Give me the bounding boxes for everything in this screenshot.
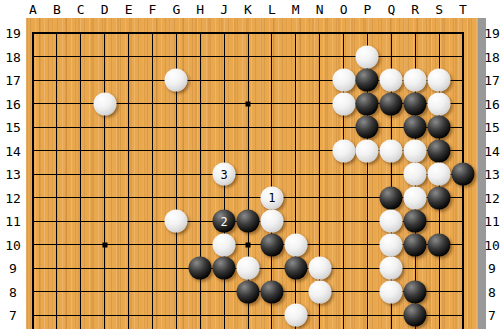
grid-vline-E (128, 32, 129, 329)
hoshi-point-K10 (246, 242, 251, 247)
coord-right-17: 17 (484, 74, 500, 87)
black-stone-R11[interactable] (404, 210, 427, 233)
white-stone-S17[interactable] (428, 69, 451, 92)
coord-top-P: P (364, 3, 372, 16)
coord-left-8: 8 (9, 285, 17, 298)
white-stone-N8[interactable] (308, 280, 331, 303)
coord-right-9: 9 (488, 262, 496, 275)
black-stone-M9[interactable] (284, 257, 307, 280)
white-stone-N9[interactable] (308, 257, 331, 280)
coord-right-7: 7 (488, 309, 496, 322)
grid-hline-15 (32, 127, 464, 128)
white-stone-Q10[interactable] (380, 233, 403, 256)
white-stone-G11[interactable] (165, 210, 188, 233)
move-number-1: 1 (268, 192, 275, 204)
black-stone-K11[interactable] (237, 210, 260, 233)
coord-left-12: 12 (5, 191, 21, 204)
black-stone-P16[interactable] (356, 92, 379, 115)
black-stone-L10[interactable] (260, 233, 283, 256)
black-stone-H9[interactable] (189, 257, 212, 280)
coord-left-16: 16 (5, 97, 21, 110)
grid-vline-F (152, 32, 153, 329)
coord-right-15: 15 (484, 121, 500, 134)
black-stone-R15[interactable] (404, 116, 427, 139)
white-stone-O17[interactable] (332, 69, 355, 92)
black-stone-L8[interactable] (260, 280, 283, 303)
coord-top-Q: Q (387, 3, 395, 16)
black-stone-R16[interactable] (404, 92, 427, 115)
black-stone-T13[interactable] (452, 163, 475, 186)
coord-top-D: D (101, 3, 109, 16)
move-number-2: 2 (220, 215, 227, 227)
white-stone-R12[interactable] (404, 186, 427, 209)
coord-left-17: 17 (5, 74, 21, 87)
grid-hline-7 (32, 315, 464, 316)
move-number-3: 3 (220, 168, 227, 180)
black-stone-S10[interactable] (428, 233, 451, 256)
white-stone-Q9[interactable] (380, 257, 403, 280)
coord-left-19: 19 (5, 27, 21, 40)
coord-right-10: 10 (484, 238, 500, 251)
white-stone-Q8[interactable] (380, 280, 403, 303)
black-stone-S15[interactable] (428, 116, 451, 139)
coord-top-C: C (77, 3, 85, 16)
coord-left-7: 7 (9, 309, 17, 322)
grid-vline-B (56, 32, 57, 329)
black-stone-S14[interactable] (428, 139, 451, 162)
hoshi-point-K16 (246, 101, 251, 106)
black-stone-Q12[interactable] (380, 186, 403, 209)
coord-top-F: F (149, 3, 157, 16)
hoshi-point-D10 (102, 242, 107, 247)
grid-vline-C (80, 32, 81, 329)
coord-right-18: 18 (484, 50, 500, 63)
coord-right-14: 14 (484, 144, 500, 157)
grid-hline-19 (32, 32, 464, 34)
coord-top-K: K (244, 3, 252, 16)
coord-top-N: N (316, 3, 324, 16)
white-stone-Q17[interactable] (380, 69, 403, 92)
grid-vline-A (32, 32, 34, 329)
grid-vline-D (104, 32, 105, 329)
black-stone-P17[interactable] (356, 69, 379, 92)
white-stone-J10[interactable] (213, 233, 236, 256)
coord-right-8: 8 (488, 285, 496, 298)
white-stone-P18[interactable] (356, 45, 379, 68)
white-stone-R13[interactable] (404, 163, 427, 186)
black-stone-Q16[interactable] (380, 92, 403, 115)
black-stone-J11[interactable]: 2 (213, 210, 236, 233)
coord-top-S: S (435, 3, 443, 16)
white-stone-K9[interactable] (237, 257, 260, 280)
black-stone-P15[interactable] (356, 116, 379, 139)
white-stone-R14[interactable] (404, 139, 427, 162)
coord-top-B: B (53, 3, 61, 16)
black-stone-J9[interactable] (213, 257, 236, 280)
white-stone-O14[interactable] (332, 139, 355, 162)
coord-top-G: G (172, 3, 180, 16)
black-stone-K8[interactable] (237, 280, 260, 303)
white-stone-S13[interactable] (428, 163, 451, 186)
white-stone-L11[interactable] (260, 210, 283, 233)
coord-left-11: 11 (5, 215, 21, 228)
grid-hline-18 (32, 56, 464, 57)
white-stone-Q11[interactable] (380, 210, 403, 233)
white-stone-L12[interactable]: 1 (260, 186, 283, 209)
black-stone-R7[interactable] (404, 304, 427, 327)
coord-top-E: E (125, 3, 133, 16)
coord-right-19: 19 (484, 27, 500, 40)
coord-top-A: A (29, 3, 37, 16)
coord-top-O: O (340, 3, 348, 16)
coord-top-J: J (220, 3, 228, 16)
coord-left-10: 10 (5, 238, 21, 251)
white-stone-Q14[interactable] (380, 139, 403, 162)
coord-right-13: 13 (484, 168, 500, 181)
go-diagram-page: 312ABCDEFGHJKLMNOPQRST191817161514131211… (0, 0, 500, 329)
black-stone-R8[interactable] (404, 280, 427, 303)
white-stone-D16[interactable] (93, 92, 116, 115)
white-stone-S16[interactable] (428, 92, 451, 115)
white-stone-R17[interactable] (404, 69, 427, 92)
coord-top-H: H (196, 3, 204, 16)
white-stone-P14[interactable] (356, 139, 379, 162)
coord-top-L: L (268, 3, 276, 16)
grid-vline-M (295, 32, 296, 329)
white-stone-G17[interactable] (165, 69, 188, 92)
grid-vline-H (200, 32, 201, 329)
coord-top-T: T (459, 3, 467, 16)
coord-left-14: 14 (5, 144, 21, 157)
coord-left-9: 9 (9, 262, 17, 275)
black-stone-S12[interactable] (428, 186, 451, 209)
white-stone-J13[interactable]: 3 (213, 163, 236, 186)
white-stone-M7[interactable] (284, 304, 307, 327)
white-stone-O16[interactable] (332, 92, 355, 115)
coord-top-M: M (292, 3, 300, 16)
coord-left-18: 18 (5, 50, 21, 63)
coord-right-12: 12 (484, 191, 500, 204)
coord-right-11: 11 (484, 215, 500, 228)
white-stone-M10[interactable] (284, 233, 307, 256)
coord-right-16: 16 (484, 97, 500, 110)
coord-left-15: 15 (5, 121, 21, 134)
black-stone-R10[interactable] (404, 233, 427, 256)
grid-hline-13 (32, 174, 464, 175)
coord-left-13: 13 (5, 168, 21, 181)
coord-top-R: R (411, 3, 419, 16)
